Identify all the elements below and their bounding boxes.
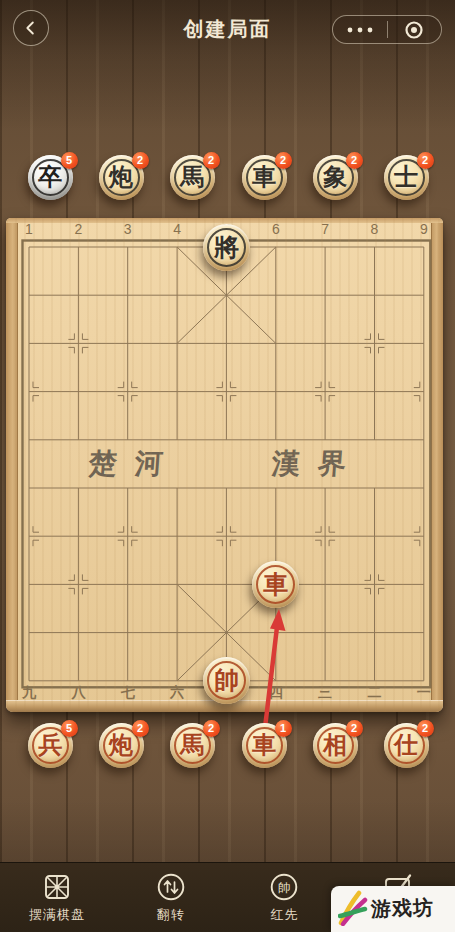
toolbar-fill-board-label: 摆满棋盘 xyxy=(29,906,85,924)
piece-count-badge: 2 xyxy=(132,720,149,737)
toolbar-flip-label: 翻转 xyxy=(157,906,185,924)
river-right-label: 漢界 xyxy=(271,445,366,483)
red-piece-車[interactable]: 車 xyxy=(252,561,299,608)
chevron-left-icon xyxy=(20,17,42,39)
piece-count-badge: 5 xyxy=(61,152,78,169)
watermark-logo xyxy=(338,890,368,926)
red-piece-車[interactable]: 車1 xyxy=(242,723,287,768)
piece-character: 兵 xyxy=(38,733,62,757)
red-piece-帥[interactable]: 帥 xyxy=(203,657,250,704)
xiangqi-board[interactable]: 123456789 九八七六五四三二一 楚河 漢界 xyxy=(6,218,443,712)
red-first-icon: 帥 xyxy=(269,872,299,902)
red-piece-相[interactable]: 相2 xyxy=(313,723,358,768)
black-piece-象[interactable]: 象2 xyxy=(313,155,358,200)
piece-character: 車 xyxy=(252,733,276,757)
piece-character: 車 xyxy=(252,165,276,189)
piece-character: 炮 xyxy=(109,165,133,189)
top-bar: 创建局面 xyxy=(0,0,455,58)
piece-count-badge: 2 xyxy=(203,720,220,737)
more-dots-icon xyxy=(343,24,377,36)
toolbar-red-first-button[interactable]: 帥 红先 xyxy=(228,863,342,932)
piece-character: 仕 xyxy=(394,733,418,757)
piece-count-badge: 2 xyxy=(203,152,220,169)
minimize-button[interactable] xyxy=(388,16,442,43)
fill-board-icon xyxy=(42,872,72,902)
piece-count-badge: 2 xyxy=(346,152,363,169)
piece-count-badge: 5 xyxy=(61,720,78,737)
black-piece-士[interactable]: 士2 xyxy=(384,155,429,200)
flip-icon xyxy=(156,872,186,902)
piece-character: 帥 xyxy=(214,668,239,693)
red-piece-兵[interactable]: 兵5 xyxy=(28,723,73,768)
more-button[interactable] xyxy=(333,16,387,43)
black-piece-將[interactable]: 將 xyxy=(203,224,250,271)
piece-character: 將 xyxy=(214,235,239,260)
black-piece-馬[interactable]: 馬2 xyxy=(170,155,215,200)
piece-character: 象 xyxy=(323,165,347,189)
black-piece-炮[interactable]: 炮2 xyxy=(99,155,144,200)
piece-count-badge: 2 xyxy=(417,720,434,737)
piece-count-badge: 2 xyxy=(275,152,292,169)
wechat-capsule xyxy=(332,15,442,44)
piece-character: 卒 xyxy=(38,165,62,189)
svg-text:帥: 帥 xyxy=(278,881,291,895)
red-piece-仕[interactable]: 仕2 xyxy=(384,723,429,768)
piece-count-badge: 2 xyxy=(417,152,434,169)
piece-character: 馬 xyxy=(180,733,204,757)
toolbar-red-first-label: 红先 xyxy=(270,906,298,924)
black-piece-車[interactable]: 車2 xyxy=(242,155,287,200)
piece-character: 馬 xyxy=(180,165,204,189)
piece-character: 車 xyxy=(263,572,288,597)
app-screen: 创建局面 卒5炮2馬2車2象2士2 123456789 九八七六五四三二一 xyxy=(0,0,455,932)
back-button[interactable] xyxy=(13,10,49,46)
board-grid xyxy=(6,218,443,712)
red-piece-炮[interactable]: 炮2 xyxy=(99,723,144,768)
piece-character: 炮 xyxy=(109,733,133,757)
toolbar-fill-board-button[interactable]: 摆满棋盘 xyxy=(0,863,114,932)
piece-count-badge: 2 xyxy=(132,152,149,169)
watermark: 游戏坊 xyxy=(331,886,455,932)
piece-count-badge: 1 xyxy=(275,720,292,737)
record-circle-icon xyxy=(404,20,424,40)
watermark-text: 游戏坊 xyxy=(371,893,435,922)
piece-character: 士 xyxy=(394,165,418,189)
black-piece-卒[interactable]: 卒5 xyxy=(28,155,73,200)
piece-count-badge: 2 xyxy=(346,720,363,737)
piece-character: 相 xyxy=(323,733,347,757)
toolbar-flip-button[interactable]: 翻转 xyxy=(114,863,228,932)
red-piece-馬[interactable]: 馬2 xyxy=(170,723,215,768)
river-left-label: 楚河 xyxy=(88,445,183,483)
page-title: 创建局面 xyxy=(184,16,272,43)
